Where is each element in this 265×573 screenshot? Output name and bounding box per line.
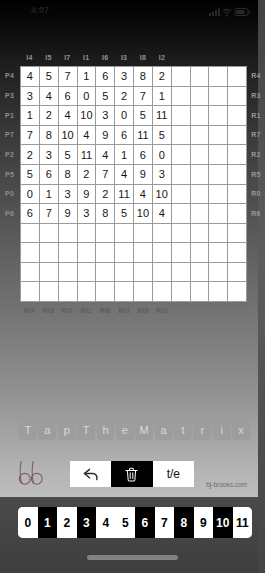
matrix-cell-r9c11[interactable] (228, 243, 246, 262)
matrix-cell-r11c1[interactable] (40, 282, 58, 301)
matrix-cell-r5c9[interactable] (191, 165, 209, 184)
matrix-cell-r0c3[interactable]: 1 (78, 67, 96, 86)
retrograde-label-R5: R5 (248, 164, 264, 184)
ri-label-RI1: RI1 (77, 305, 96, 317)
inversion-labels: I4I5I7I1I6I3I8I2 (20, 51, 247, 64)
matrix-cell-r0c8[interactable] (172, 67, 190, 86)
title-tile-11: x (232, 419, 250, 440)
matrix-cell-r4c10[interactable] (209, 145, 227, 164)
retrograde-label-empty (248, 223, 264, 243)
matrix-cell-r10c6[interactable] (134, 263, 152, 282)
ri-label-RI8: RI8 (134, 305, 153, 317)
matrix-cell-r8c9[interactable] (191, 224, 209, 243)
key-8[interactable]: 8 (174, 507, 194, 538)
matrix-cell-r8c4[interactable] (96, 224, 114, 243)
matrix-cell-r10c5[interactable] (115, 263, 133, 282)
matrix-cell-r3c1[interactable]: 8 (40, 126, 58, 145)
matrix-cell-r4c2[interactable]: 5 (59, 145, 77, 164)
matrix-cell-r10c4[interactable] (96, 263, 114, 282)
ri-label-RI7: RI7 (58, 305, 77, 317)
matrix-cell-r10c1[interactable] (40, 263, 58, 282)
matrix-cell-r3c9[interactable] (191, 126, 209, 145)
matrix-cell-r1c8[interactable] (172, 87, 190, 106)
matrix-cell-r9c10[interactable] (209, 243, 227, 262)
matrix-cell-r11c7[interactable] (153, 282, 171, 301)
col-label-I6: I6 (96, 51, 115, 64)
col-label-I8: I8 (134, 51, 153, 64)
matrix-cell-r6c2[interactable]: 3 (59, 185, 77, 204)
retrograde-label-R2: R2 (248, 145, 264, 165)
title-tile-8: t (174, 419, 192, 440)
matrix-cell-r8c6[interactable] (134, 224, 152, 243)
matrix-cell-r10c10[interactable] (209, 263, 227, 282)
matrix-cell-r6c7[interactable]: 10 (153, 185, 171, 204)
ri-label-RI4: RI4 (20, 305, 39, 317)
matrix-cell-r6c3[interactable]: 9 (78, 185, 96, 204)
matrix-cell-r1c0[interactable]: 3 (21, 87, 39, 106)
matrix-cell-r10c9[interactable] (191, 263, 209, 282)
row-label-P1: P1 (0, 105, 19, 125)
matrix-cell-r10c8[interactable] (172, 263, 190, 282)
retrograde-label-empty (248, 243, 264, 263)
matrix-cell-r6c6[interactable]: 4 (134, 185, 152, 204)
matrix-cell-r9c9[interactable] (191, 243, 209, 262)
col-label-I4: I4 (20, 51, 39, 64)
matrix-cell-r2c0[interactable]: 1 (21, 106, 39, 125)
col-label-empty (171, 51, 190, 64)
matrix-cell-r11c2[interactable] (59, 282, 77, 301)
matrix-cell-r9c4[interactable] (96, 243, 114, 262)
matrix-cell-r4c6[interactable]: 6 (134, 145, 152, 164)
key-9[interactable]: 9 (194, 507, 214, 538)
matrix-cell-r11c8[interactable] (172, 282, 190, 301)
matrix-cell-r5c10[interactable] (209, 165, 227, 184)
matrix-cell-r11c6[interactable] (134, 282, 152, 301)
row-label-empty (0, 282, 19, 302)
ri-label-empty (190, 305, 209, 317)
title-tile-3: T (77, 419, 95, 440)
row-label-P5: P5 (0, 164, 19, 184)
row-label-P0: P0 (0, 184, 19, 204)
title-tile-7: a (155, 419, 173, 440)
ri-label-empty (209, 305, 228, 317)
key-2[interactable]: 2 (57, 507, 77, 538)
status-time: 4:07 (31, 5, 49, 15)
matrix-cell-r1c7[interactable]: 1 (153, 87, 171, 106)
matrix-cell-r6c4[interactable]: 2 (96, 185, 114, 204)
key-5[interactable]: 5 (116, 507, 136, 538)
matrix-cell-r7c2[interactable]: 9 (59, 204, 77, 223)
matrix-cell-r8c1[interactable] (40, 224, 58, 243)
tone-matrix-grid[interactable]: 4571638234605271124103051178104961152351… (20, 66, 247, 302)
matrix-cell-r9c0[interactable] (21, 243, 39, 262)
matrix-cell-r1c11[interactable] (228, 87, 246, 106)
matrix-cell-r11c11[interactable] (228, 282, 246, 301)
matrix-cell-r7c6[interactable]: 10 (134, 204, 152, 223)
matrix-cell-r2c7[interactable]: 11 (153, 106, 171, 125)
matrix-cell-r0c4[interactable]: 6 (96, 67, 114, 86)
retrograde-label-R3: R3 (248, 86, 264, 106)
row-label-P4: P4 (0, 66, 19, 86)
app-screen: 4:07 I4I5I7I1I6I3I8I2 P4P3P1P7P2P5P0P6 R… (0, 0, 265, 573)
matrix-cell-r7c7[interactable]: 4 (153, 204, 171, 223)
matrix-cell-r6c8[interactable] (172, 185, 190, 204)
matrix-cell-r9c7[interactable] (153, 243, 171, 262)
key-6[interactable]: 6 (135, 507, 155, 538)
matrix-cell-r4c7[interactable]: 0 (153, 145, 171, 164)
matrix-cell-r4c9[interactable] (191, 145, 209, 164)
bb-logo (15, 459, 47, 489)
te-toggle-label: t/e (167, 467, 180, 481)
app-title-tiles: TapTheMatrix (19, 419, 250, 440)
title-tile-9: r (193, 419, 211, 440)
retrograde-label-R4: R4 (248, 66, 264, 86)
row-label-P7: P7 (0, 125, 19, 145)
matrix-cell-r5c4[interactable]: 7 (96, 165, 114, 184)
matrix-cell-r8c8[interactable] (172, 224, 190, 243)
row-label-P6: P6 (0, 204, 19, 224)
matrix-cell-r1c3[interactable]: 0 (78, 87, 96, 106)
key-11[interactable]: 11 (233, 507, 253, 538)
matrix-cell-r6c9[interactable] (191, 185, 209, 204)
matrix-cell-r3c5[interactable]: 6 (115, 126, 133, 145)
matrix-cell-r8c10[interactable] (209, 224, 227, 243)
matrix-cell-r0c10[interactable] (209, 67, 227, 86)
matrix-cell-r10c0[interactable] (21, 263, 39, 282)
toolbar-segmented-control: t/e (70, 461, 194, 487)
matrix-cell-r9c8[interactable] (172, 243, 190, 262)
key-0[interactable]: 0 (18, 507, 38, 538)
matrix-cell-r0c11[interactable] (228, 67, 246, 86)
row-label-empty (0, 263, 19, 283)
undo-arrow-icon (81, 467, 100, 482)
wifi-dot (226, 14, 228, 16)
wifi-icon (223, 9, 231, 13)
clear-button[interactable] (111, 461, 152, 487)
col-label-empty (209, 51, 228, 64)
title-tile-6: M (135, 419, 153, 440)
col-label-I2: I2 (152, 51, 171, 64)
matrix-cell-r7c1[interactable]: 7 (40, 204, 58, 223)
matrix-cell-r5c1[interactable]: 6 (40, 165, 58, 184)
title-tile-4: h (97, 419, 115, 440)
key-7[interactable]: 7 (155, 507, 175, 538)
matrix-cell-r5c3[interactable]: 2 (78, 165, 96, 184)
matrix-cell-r2c2[interactable]: 4 (59, 106, 77, 125)
matrix-cell-r0c9[interactable] (191, 67, 209, 86)
matrix-cell-r11c10[interactable] (209, 282, 227, 301)
matrix-cell-r3c2[interactable]: 10 (59, 126, 77, 145)
key-3[interactable]: 3 (77, 507, 97, 538)
matrix-cell-r3c0[interactable]: 7 (21, 126, 39, 145)
prime-labels: P4P3P1P7P2P5P0P6 (0, 66, 19, 302)
title-tile-2: p (58, 419, 76, 440)
ri-label-RI5: RI5 (39, 305, 58, 317)
matrix-cell-r2c4[interactable]: 3 (96, 106, 114, 125)
ri-label-RI6: RI6 (96, 305, 115, 317)
ri-label-empty (228, 305, 247, 317)
matrix-cell-r7c4[interactable]: 8 (96, 204, 114, 223)
matrix-cell-r0c0[interactable]: 4 (21, 67, 39, 86)
retrograde-label-empty (248, 282, 264, 302)
key-4[interactable]: 4 (96, 507, 116, 538)
title-tile-1: a (38, 419, 56, 440)
row-label-empty (0, 243, 19, 263)
matrix-cell-r7c8[interactable] (172, 204, 190, 223)
matrix-cell-r2c1[interactable]: 2 (40, 106, 58, 125)
matrix-cell-r7c11[interactable] (228, 204, 246, 223)
matrix-cell-r7c5[interactable]: 5 (115, 204, 133, 223)
matrix-cell-r1c2[interactable]: 6 (59, 87, 77, 106)
matrix-cell-r1c4[interactable]: 5 (96, 87, 114, 106)
matrix-cell-r4c4[interactable]: 4 (96, 145, 114, 164)
matrix-cell-r5c7[interactable]: 3 (153, 165, 171, 184)
trash-icon (125, 467, 138, 482)
matrix-cell-r0c1[interactable]: 5 (40, 67, 58, 86)
matrix-cell-r5c6[interactable]: 9 (134, 165, 152, 184)
matrix-cell-r4c0[interactable]: 2 (21, 145, 39, 164)
matrix-cell-r8c5[interactable] (115, 224, 133, 243)
matrix-cell-r2c6[interactable]: 5 (134, 106, 152, 125)
matrix-cell-r8c3[interactable] (78, 224, 96, 243)
matrix-cell-r6c1[interactable]: 1 (40, 185, 58, 204)
key-1[interactable]: 1 (38, 507, 58, 538)
signal-icon (209, 9, 220, 17)
matrix-cell-r10c7[interactable] (153, 263, 171, 282)
retrograde-label-empty (248, 263, 264, 283)
matrix-cell-r4c5[interactable]: 1 (115, 145, 133, 164)
matrix-cell-r9c2[interactable] (59, 243, 77, 262)
ri-label-RI3: RI3 (115, 305, 134, 317)
matrix-cell-r3c7[interactable]: 5 (153, 126, 171, 145)
undo-button[interactable] (70, 461, 111, 487)
col-label-I3: I3 (115, 51, 134, 64)
matrix-cell-r2c9[interactable] (191, 106, 209, 125)
matrix-cell-r10c2[interactable] (59, 263, 77, 282)
matrix-cell-r11c9[interactable] (191, 282, 209, 301)
matrix-cell-r7c9[interactable] (191, 204, 209, 223)
matrix-cell-r5c5[interactable]: 4 (115, 165, 133, 184)
retrograde-label-R7: R7 (248, 125, 264, 145)
matrix-cell-r4c1[interactable]: 3 (40, 145, 58, 164)
matrix-cell-r9c1[interactable] (40, 243, 58, 262)
matrix-cell-r2c8[interactable] (172, 106, 190, 125)
col-label-I5: I5 (39, 51, 58, 64)
matrix-cell-r3c8[interactable] (172, 126, 190, 145)
matrix-cell-r5c2[interactable]: 8 (59, 165, 77, 184)
matrix-cell-r6c0[interactable]: 0 (21, 185, 39, 204)
matrix-cell-r10c11[interactable] (228, 263, 246, 282)
status-icons (209, 7, 251, 17)
battery-icon (235, 9, 250, 16)
title-tile-10: i (213, 419, 231, 440)
matrix-cell-r11c3[interactable] (78, 282, 96, 301)
matrix-cell-r6c11[interactable] (228, 185, 246, 204)
matrix-cell-r1c9[interactable] (191, 87, 209, 106)
matrix-cell-r11c0[interactable] (21, 282, 39, 301)
matrix-cell-r8c2[interactable] (59, 224, 77, 243)
te-toggle-button[interactable]: t/e (153, 461, 194, 487)
ri-label-RI2: RI2 (152, 305, 171, 317)
retrograde-label-R6: R6 (248, 204, 264, 224)
matrix-cell-r5c0[interactable]: 5 (21, 165, 39, 184)
title-tile-5: e (116, 419, 134, 440)
retrograde-label-R0: R0 (248, 184, 264, 204)
matrix-cell-r9c6[interactable] (134, 243, 152, 262)
matrix-cell-r8c0[interactable] (21, 224, 39, 243)
matrix-cell-r4c3[interactable]: 11 (78, 145, 96, 164)
matrix-cell-r11c4[interactable] (96, 282, 114, 301)
row-label-P2: P2 (0, 145, 19, 165)
matrix-cell-r7c3[interactable]: 3 (78, 204, 96, 223)
matrix-cell-r2c3[interactable]: 10 (78, 106, 96, 125)
matrix-cell-r3c3[interactable]: 4 (78, 126, 96, 145)
matrix-cell-r10c3[interactable] (78, 263, 96, 282)
matrix-cell-r2c11[interactable] (228, 106, 246, 125)
home-indicator[interactable] (87, 555, 178, 560)
matrix-cell-r8c11[interactable] (228, 224, 246, 243)
matrix-cell-r1c6[interactable]: 7 (134, 87, 152, 106)
retrograde-label-R1: R1 (248, 105, 264, 125)
matrix-cell-r0c5[interactable]: 3 (115, 67, 133, 86)
matrix-cell-r0c7[interactable]: 2 (153, 67, 171, 86)
matrix-cell-r3c6[interactable]: 11 (134, 126, 152, 145)
retrograde-inversion-labels: RI4RI5RI7RI1RI6RI3RI8RI2 (20, 305, 247, 317)
col-label-I1: I1 (77, 51, 96, 64)
matrix-cell-r1c10[interactable] (209, 87, 227, 106)
matrix-cell-r7c10[interactable] (209, 204, 227, 223)
row-label-P3: P3 (0, 86, 19, 106)
matrix-cell-r2c10[interactable] (209, 106, 227, 125)
title-tile-0: T (19, 419, 37, 440)
matrix-cell-r9c5[interactable] (115, 243, 133, 262)
matrix-cell-r7c0[interactable]: 6 (21, 204, 39, 223)
matrix-cell-r8c7[interactable] (153, 224, 171, 243)
website-label: bj-brooks.com (206, 481, 247, 488)
matrix-cell-r3c10[interactable] (209, 126, 227, 145)
matrix-cell-r1c5[interactable]: 2 (115, 87, 133, 106)
matrix-cell-r3c4[interactable]: 9 (96, 126, 114, 145)
matrix-cell-r9c3[interactable] (78, 243, 96, 262)
matrix-cell-r5c8[interactable] (172, 165, 190, 184)
matrix-cell-r6c10[interactable] (209, 185, 227, 204)
key-10[interactable]: 10 (213, 507, 233, 538)
pitch-keypad: 01234567891011 (18, 507, 252, 538)
matrix-cell-r2c5[interactable]: 0 (115, 106, 133, 125)
matrix-cell-r4c11[interactable] (228, 145, 246, 164)
ri-label-empty (171, 305, 190, 317)
col-label-empty (190, 51, 209, 64)
matrix-cell-r1c1[interactable]: 4 (40, 87, 58, 106)
col-label-empty (228, 51, 247, 64)
matrix-cell-r11c5[interactable] (115, 282, 133, 301)
matrix-cell-r0c6[interactable]: 8 (134, 67, 152, 86)
retrograde-labels: R4R3R1R7R2R5R0R6 (248, 66, 264, 302)
matrix-cell-r5c11[interactable] (228, 165, 246, 184)
col-label-I7: I7 (58, 51, 77, 64)
matrix-cell-r4c8[interactable] (172, 145, 190, 164)
matrix-cell-r6c5[interactable]: 11 (115, 185, 133, 204)
matrix-cell-r3c11[interactable] (228, 126, 246, 145)
matrix-cell-r0c2[interactable]: 7 (59, 67, 77, 86)
row-label-empty (0, 223, 19, 243)
